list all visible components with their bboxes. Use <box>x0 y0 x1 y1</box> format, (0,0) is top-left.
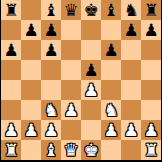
square-h6[interactable] <box>141 40 161 60</box>
white-queen[interactable]: ♛ <box>63 141 78 158</box>
square-f7[interactable] <box>101 20 121 40</box>
square-e8[interactable]: ♚ <box>81 0 101 20</box>
square-a4[interactable] <box>1 80 21 100</box>
square-f8[interactable]: ♝ <box>101 0 121 20</box>
square-b1[interactable] <box>21 140 41 160</box>
black-knight[interactable]: ♞ <box>123 1 138 18</box>
square-d1[interactable]: ♛ <box>61 140 81 160</box>
square-a2[interactable]: ♟ <box>1 120 21 140</box>
square-g2[interactable]: ♟ <box>121 120 141 140</box>
square-d4[interactable] <box>61 80 81 100</box>
square-d5[interactable] <box>61 60 81 80</box>
square-b2[interactable]: ♟ <box>21 120 41 140</box>
square-f3[interactable]: ♞ <box>101 100 121 120</box>
black-pawn[interactable]: ♟ <box>43 21 58 38</box>
square-f5[interactable] <box>101 60 121 80</box>
square-b8[interactable] <box>21 0 41 20</box>
square-f1[interactable] <box>101 140 121 160</box>
white-king[interactable]: ♚ <box>83 141 98 158</box>
black-pawn[interactable]: ♟ <box>83 61 98 78</box>
square-g8[interactable]: ♞ <box>121 0 141 20</box>
square-f2[interactable]: ♟ <box>101 120 121 140</box>
square-g5[interactable] <box>121 60 141 80</box>
square-e6[interactable] <box>81 40 101 60</box>
square-b3[interactable] <box>21 100 41 120</box>
square-h7[interactable]: ♟ <box>141 20 161 40</box>
white-rook[interactable]: ♜ <box>3 141 18 158</box>
square-d8[interactable]: ♛ <box>61 0 81 20</box>
square-a1[interactable]: ♜ <box>1 140 21 160</box>
square-b6[interactable] <box>21 40 41 60</box>
black-pawn[interactable]: ♟ <box>103 41 118 58</box>
square-c5[interactable] <box>41 60 61 80</box>
black-pawn[interactable]: ♟ <box>143 21 158 38</box>
square-g1[interactable] <box>121 140 141 160</box>
black-pawn[interactable]: ♟ <box>23 21 38 38</box>
square-c3[interactable]: ♞ <box>41 100 61 120</box>
square-b4[interactable] <box>21 80 41 100</box>
white-pawn[interactable]: ♟ <box>3 121 18 138</box>
square-h4[interactable] <box>141 80 161 100</box>
square-c8[interactable]: ♝ <box>41 0 61 20</box>
square-h5[interactable] <box>141 60 161 80</box>
square-h2[interactable]: ♟ <box>141 120 161 140</box>
white-knight[interactable]: ♞ <box>103 101 118 118</box>
black-pawn[interactable]: ♟ <box>43 41 58 58</box>
square-c2[interactable]: ♟ <box>41 120 61 140</box>
square-a7[interactable] <box>1 20 21 40</box>
white-knight[interactable]: ♞ <box>43 101 58 118</box>
square-a3[interactable] <box>1 100 21 120</box>
square-d7[interactable] <box>61 20 81 40</box>
square-d2[interactable] <box>61 120 81 140</box>
chess-board: ♜♝♛♚♝♞♜♟♟♟♟♟♟♟♟♟♞♟♞♟♟♟♟♟♟♜♝♛♚♜ <box>0 0 162 162</box>
square-e2[interactable] <box>81 120 101 140</box>
white-pawn[interactable]: ♟ <box>103 121 118 138</box>
square-e3[interactable] <box>81 100 101 120</box>
square-f4[interactable] <box>101 80 121 100</box>
square-e1[interactable]: ♚ <box>81 140 101 160</box>
square-c1[interactable]: ♝ <box>41 140 61 160</box>
white-pawn[interactable]: ♟ <box>143 121 158 138</box>
black-queen[interactable]: ♛ <box>63 1 78 18</box>
black-rook[interactable]: ♜ <box>3 1 18 18</box>
square-h3[interactable] <box>141 100 161 120</box>
white-rook[interactable]: ♜ <box>143 141 158 158</box>
square-c4[interactable] <box>41 80 61 100</box>
black-pawn[interactable]: ♟ <box>3 41 18 58</box>
white-pawn[interactable]: ♟ <box>23 121 38 138</box>
square-a5[interactable] <box>1 60 21 80</box>
black-rook[interactable]: ♜ <box>143 1 158 18</box>
white-pawn[interactable]: ♟ <box>123 121 138 138</box>
black-bishop[interactable]: ♝ <box>43 1 58 18</box>
black-pawn[interactable]: ♟ <box>123 21 138 38</box>
black-king[interactable]: ♚ <box>83 1 98 18</box>
square-g4[interactable] <box>121 80 141 100</box>
square-a6[interactable]: ♟ <box>1 40 21 60</box>
square-c6[interactable]: ♟ <box>41 40 61 60</box>
square-d3[interactable]: ♟ <box>61 100 81 120</box>
square-f6[interactable]: ♟ <box>101 40 121 60</box>
square-c7[interactable]: ♟ <box>41 20 61 40</box>
square-e7[interactable] <box>81 20 101 40</box>
square-g7[interactable]: ♟ <box>121 20 141 40</box>
white-pawn[interactable]: ♟ <box>63 101 78 118</box>
square-a8[interactable]: ♜ <box>1 0 21 20</box>
square-b7[interactable]: ♟ <box>21 20 41 40</box>
black-bishop[interactable]: ♝ <box>103 1 118 18</box>
white-pawn[interactable]: ♟ <box>83 81 98 98</box>
square-e4[interactable]: ♟ <box>81 80 101 100</box>
square-g3[interactable] <box>121 100 141 120</box>
square-d6[interactable] <box>61 40 81 60</box>
square-b5[interactable] <box>21 60 41 80</box>
square-e5[interactable]: ♟ <box>81 60 101 80</box>
white-pawn[interactable]: ♟ <box>43 121 58 138</box>
square-g6[interactable] <box>121 40 141 60</box>
white-bishop[interactable]: ♝ <box>43 141 58 158</box>
square-h1[interactable]: ♜ <box>141 140 161 160</box>
square-h8[interactable]: ♜ <box>141 0 161 20</box>
